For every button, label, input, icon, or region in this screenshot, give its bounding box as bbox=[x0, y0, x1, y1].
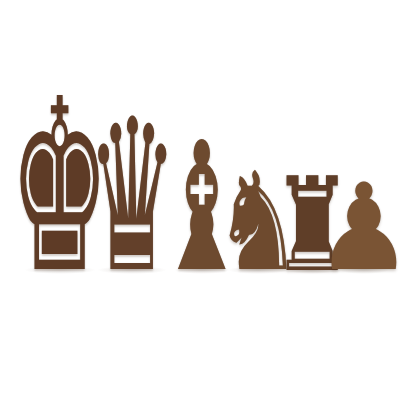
product-photo-chess-pieces: ♚ ♛ ♝ ♞ ♜ ♟ bbox=[0, 0, 400, 400]
chess-piece-king: ♚ bbox=[24, 68, 96, 270]
pawn-piece-icon: ♟ bbox=[316, 168, 400, 288]
chess-piece-pawn: ♟ bbox=[339, 168, 389, 270]
